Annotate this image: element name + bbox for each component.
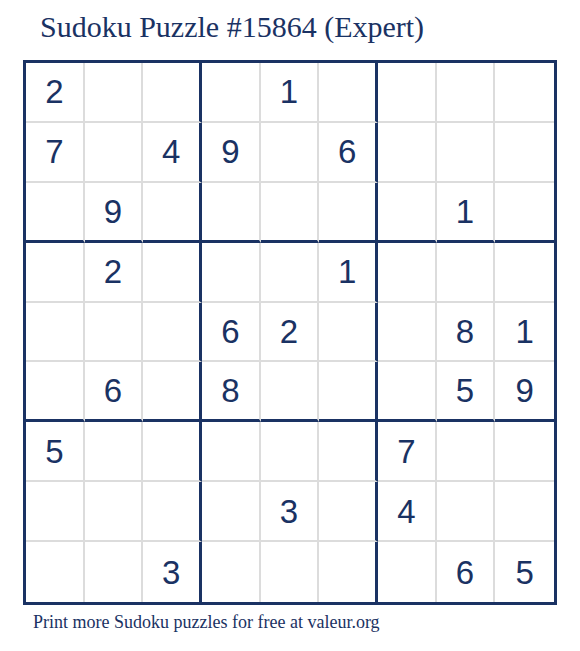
sudoku-cell-r7c7[interactable]: 7 <box>378 422 437 482</box>
sudoku-cell-r5c5[interactable]: 2 <box>261 303 320 363</box>
sudoku-cell-r4c4[interactable] <box>202 243 261 303</box>
sudoku-cell-r8c7[interactable]: 4 <box>378 482 437 542</box>
sudoku-cell-r3c1[interactable] <box>26 183 85 243</box>
sudoku-cell-r9c1[interactable] <box>26 542 85 602</box>
sudoku-cell-r9c7[interactable] <box>378 542 437 602</box>
sudoku-cell-r6c3[interactable] <box>143 362 202 422</box>
sudoku-cell-r4c3[interactable] <box>143 243 202 303</box>
sudoku-cell-r3c3[interactable] <box>143 183 202 243</box>
sudoku-cell-r3c4[interactable] <box>202 183 261 243</box>
sudoku-cell-r5c9[interactable]: 1 <box>495 303 554 363</box>
sudoku-cell-r8c2[interactable] <box>85 482 144 542</box>
sudoku-cell-r2c3[interactable]: 4 <box>143 123 202 183</box>
sudoku-cell-r1c5[interactable]: 1 <box>261 63 320 123</box>
sudoku-cell-r2c8[interactable] <box>437 123 496 183</box>
sudoku-cell-r3c5[interactable] <box>261 183 320 243</box>
sudoku-cell-r1c2[interactable] <box>85 63 144 123</box>
sudoku-cell-r8c5[interactable]: 3 <box>261 482 320 542</box>
sudoku-cell-r1c1[interactable]: 2 <box>26 63 85 123</box>
sudoku-cell-r6c7[interactable] <box>378 362 437 422</box>
sudoku-cell-r1c6[interactable] <box>319 63 378 123</box>
sudoku-cell-r8c4[interactable] <box>202 482 261 542</box>
sudoku-cell-r7c5[interactable] <box>261 422 320 482</box>
sudoku-cell-r4c2[interactable]: 2 <box>85 243 144 303</box>
sudoku-cell-r1c4[interactable] <box>202 63 261 123</box>
footer-text: Print more Sudoku puzzles for free at va… <box>33 612 380 633</box>
sudoku-cell-r4c5[interactable] <box>261 243 320 303</box>
sudoku-cell-r6c4[interactable]: 8 <box>202 362 261 422</box>
sudoku-cell-r2c1[interactable]: 7 <box>26 123 85 183</box>
sudoku-cell-r8c3[interactable] <box>143 482 202 542</box>
sudoku-cell-r7c8[interactable] <box>437 422 496 482</box>
sudoku-cell-r2c2[interactable] <box>85 123 144 183</box>
sudoku-cell-r4c7[interactable] <box>378 243 437 303</box>
sudoku-cell-r3c6[interactable] <box>319 183 378 243</box>
sudoku-cell-r4c1[interactable] <box>26 243 85 303</box>
sudoku-cell-r5c6[interactable] <box>319 303 378 363</box>
sudoku-cell-r8c6[interactable] <box>319 482 378 542</box>
sudoku-cell-r5c2[interactable] <box>85 303 144 363</box>
sudoku-cell-r4c8[interactable] <box>437 243 496 303</box>
sudoku-cell-r2c9[interactable] <box>495 123 554 183</box>
sudoku-cell-r7c1[interactable]: 5 <box>26 422 85 482</box>
sudoku-cell-r1c8[interactable] <box>437 63 496 123</box>
sudoku-cell-r2c4[interactable]: 9 <box>202 123 261 183</box>
sudoku-cell-r8c9[interactable] <box>495 482 554 542</box>
sudoku-grid: 2174969121628168595734365 <box>23 60 557 605</box>
sudoku-cell-r1c9[interactable] <box>495 63 554 123</box>
sudoku-cell-r5c8[interactable]: 8 <box>437 303 496 363</box>
sudoku-cell-r9c5[interactable] <box>261 542 320 602</box>
sudoku-cell-r7c6[interactable] <box>319 422 378 482</box>
sudoku-cell-r6c9[interactable]: 9 <box>495 362 554 422</box>
sudoku-cell-r2c6[interactable]: 6 <box>319 123 378 183</box>
sudoku-cell-r3c8[interactable]: 1 <box>437 183 496 243</box>
sudoku-cell-r2c5[interactable] <box>261 123 320 183</box>
sudoku-cell-r5c1[interactable] <box>26 303 85 363</box>
sudoku-cell-r6c6[interactable] <box>319 362 378 422</box>
sudoku-cell-r6c1[interactable] <box>26 362 85 422</box>
sudoku-cell-r9c9[interactable]: 5 <box>495 542 554 602</box>
sudoku-cell-r3c2[interactable]: 9 <box>85 183 144 243</box>
sudoku-cell-r4c9[interactable] <box>495 243 554 303</box>
sudoku-cell-r6c5[interactable] <box>261 362 320 422</box>
sudoku-cell-r5c4[interactable]: 6 <box>202 303 261 363</box>
sudoku-cell-r7c3[interactable] <box>143 422 202 482</box>
sudoku-cell-r9c6[interactable] <box>319 542 378 602</box>
sudoku-cell-r5c7[interactable] <box>378 303 437 363</box>
sudoku-cell-r9c3[interactable]: 3 <box>143 542 202 602</box>
sudoku-cell-r3c9[interactable] <box>495 183 554 243</box>
sudoku-cell-r7c2[interactable] <box>85 422 144 482</box>
page-title: Sudoku Puzzle #15864 (Expert) <box>40 10 424 44</box>
sudoku-cell-r8c8[interactable] <box>437 482 496 542</box>
sudoku-cell-r1c7[interactable] <box>378 63 437 123</box>
sudoku-cell-r7c9[interactable] <box>495 422 554 482</box>
sudoku-cell-r7c4[interactable] <box>202 422 261 482</box>
sudoku-cell-r3c7[interactable] <box>378 183 437 243</box>
sudoku-cell-r1c3[interactable] <box>143 63 202 123</box>
sudoku-cell-r6c2[interactable]: 6 <box>85 362 144 422</box>
sudoku-cell-r9c2[interactable] <box>85 542 144 602</box>
sudoku-cell-r6c8[interactable]: 5 <box>437 362 496 422</box>
sudoku-cell-r9c8[interactable]: 6 <box>437 542 496 602</box>
sudoku-cell-r8c1[interactable] <box>26 482 85 542</box>
sudoku-cell-r9c4[interactable] <box>202 542 261 602</box>
sudoku-cell-r5c3[interactable] <box>143 303 202 363</box>
sudoku-cell-r2c7[interactable] <box>378 123 437 183</box>
sudoku-cell-r4c6[interactable]: 1 <box>319 243 378 303</box>
